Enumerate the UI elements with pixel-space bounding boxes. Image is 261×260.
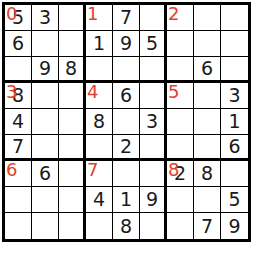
cell-r0c4[interactable]: 7 [113,5,140,31]
cell-r1c4[interactable]: 9 [113,31,140,57]
cell-r1c5[interactable]: 5 [140,31,167,57]
cell-r6c0[interactable]: 6 [5,161,32,187]
given-digit: 9 [140,187,164,212]
cell-r3c7[interactable] [194,83,221,109]
cell-r1c2[interactable] [59,31,86,57]
cell-r7c5[interactable]: 9 [140,187,167,213]
cell-r2c4[interactable] [113,57,140,83]
cell-r4c1[interactable] [32,109,59,135]
cell-r7c3[interactable]: 4 [86,187,113,213]
cell-r1c0[interactable]: 6 [5,31,32,57]
cell-r2c2[interactable]: 8 [59,57,86,83]
given-digit: 3 [140,109,164,134]
cell-r2c5[interactable] [140,57,167,83]
given-digit: 7 [113,5,139,30]
cell-r0c0[interactable]: 50 [5,5,32,31]
given-digit: 3 [221,83,248,108]
cell-r6c8[interactable] [221,161,248,187]
cell-r5c8[interactable]: 6 [221,135,248,161]
given-digit: 6 [221,135,248,158]
cell-r4c0[interactable]: 4 [5,109,32,135]
box-index-label: 7 [87,160,98,180]
box-index-label: 3 [6,82,17,102]
cell-r1c7[interactable] [194,31,221,57]
cell-r1c3[interactable]: 1 [86,31,113,57]
cell-r6c5[interactable] [140,161,167,187]
cell-r8c8[interactable]: 9 [221,213,248,239]
given-digit: 6 [194,57,220,80]
given-digit: 1 [113,187,139,212]
given-digit: 2 [113,135,139,158]
cell-r4c2[interactable] [59,109,86,135]
cell-r7c1[interactable] [32,187,59,213]
cell-r0c1[interactable]: 3 [32,5,59,31]
cell-r5c5[interactable] [140,135,167,161]
cell-r4c8[interactable]: 1 [221,109,248,135]
cell-r5c6[interactable] [167,135,194,161]
box-index-label: 8 [168,160,179,180]
cell-r8c2[interactable] [59,213,86,239]
cell-r8c1[interactable] [32,213,59,239]
cell-r8c0[interactable] [5,213,32,239]
cell-r3c1[interactable] [32,83,59,109]
box-index-label: 0 [6,4,17,24]
cell-r0c8[interactable] [221,5,248,31]
cell-r8c4[interactable]: 8 [113,213,140,239]
cell-r5c3[interactable] [86,135,113,161]
given-digit: 4 [86,187,112,212]
cell-r4c6[interactable] [167,109,194,135]
sudoku-board: 503172619598683465348317266672884195879 [2,2,251,242]
cell-r3c8[interactable]: 3 [221,83,248,109]
cell-r7c2[interactable] [59,187,86,213]
cell-r3c5[interactable] [140,83,167,109]
cell-r2c1[interactable]: 9 [32,57,59,83]
box-index-label: 5 [168,82,179,102]
cell-r5c7[interactable] [194,135,221,161]
cell-r5c0[interactable]: 7 [5,135,32,161]
cell-r6c2[interactable] [59,161,86,187]
given-digit: 9 [113,31,139,56]
given-digit: 5 [140,31,164,56]
cell-r1c8[interactable] [221,31,248,57]
cell-r2c3[interactable] [86,57,113,83]
given-digit: 9 [221,213,248,239]
cell-r6c3[interactable]: 7 [86,161,113,187]
given-digit: 7 [5,135,31,158]
cell-r1c1[interactable] [32,31,59,57]
given-digit: 6 [32,161,58,186]
sudoku-grid: 503172619598683465348317266672884195879 [5,5,248,239]
cell-r7c4[interactable]: 1 [113,187,140,213]
cell-r5c2[interactable] [59,135,86,161]
cell-r7c0[interactable] [5,187,32,213]
cell-r4c7[interactable] [194,109,221,135]
cell-r4c5[interactable]: 3 [140,109,167,135]
cell-r0c7[interactable] [194,5,221,31]
given-digit: 5 [221,187,248,212]
box-index-label: 4 [87,82,98,102]
given-digit: 9 [32,57,58,80]
given-digit: 8 [86,109,112,134]
given-digit: 8 [59,57,83,80]
cell-r0c3[interactable]: 1 [86,5,113,31]
given-digit: 1 [221,109,248,134]
cell-r3c0[interactable]: 83 [5,83,32,109]
cell-r6c6[interactable]: 28 [167,161,194,187]
cell-r3c3[interactable]: 4 [86,83,113,109]
cell-r3c4[interactable]: 6 [113,83,140,109]
given-digit: 3 [32,5,58,30]
cell-r2c8[interactable] [221,57,248,83]
given-digit: 6 [5,31,31,56]
box-index-label: 6 [6,160,17,180]
cell-r2c6[interactable] [167,57,194,83]
cell-r1c6[interactable] [167,31,194,57]
given-digit: 7 [194,213,220,239]
cell-r5c4[interactable]: 2 [113,135,140,161]
box-index-label: 1 [87,4,98,24]
cell-r8c5[interactable] [140,213,167,239]
cell-r6c4[interactable] [113,161,140,187]
cell-r6c1[interactable]: 6 [32,161,59,187]
cell-r3c2[interactable] [59,83,86,109]
given-digit: 8 [113,213,139,239]
cell-r6c7[interactable]: 8 [194,161,221,187]
cell-r3c6[interactable]: 5 [167,83,194,109]
cell-r0c2[interactable] [59,5,86,31]
given-digit: 1 [86,31,112,56]
cell-r8c3[interactable] [86,213,113,239]
given-digit: 6 [113,83,139,108]
cell-r0c6[interactable]: 2 [167,5,194,31]
cell-r8c7[interactable]: 7 [194,213,221,239]
cell-r7c8[interactable]: 5 [221,187,248,213]
box-index-label: 2 [168,4,179,24]
cell-r4c4[interactable] [113,109,140,135]
cell-r5c1[interactable] [32,135,59,161]
cell-r7c6[interactable] [167,187,194,213]
given-digit: 8 [194,161,220,186]
cell-r8c6[interactable] [167,213,194,239]
cell-r4c3[interactable]: 8 [86,109,113,135]
cell-r2c0[interactable] [5,57,32,83]
given-digit: 4 [5,109,31,134]
cell-r0c5[interactable] [140,5,167,31]
cell-r2c7[interactable]: 6 [194,57,221,83]
cell-r7c7[interactable] [194,187,221,213]
